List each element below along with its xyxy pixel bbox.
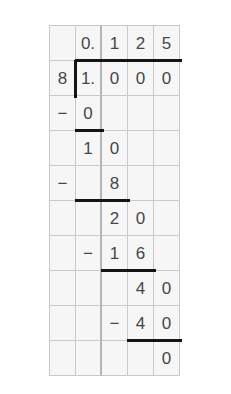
cell-r4c4 — [128, 131, 154, 166]
cell-r5c3: 8 — [102, 166, 128, 201]
cell-r1c3: 1 — [102, 26, 128, 61]
cell-r3c2: 0 — [76, 96, 102, 131]
long-division-worksheet: 0.12581.000−010−820−1640−400 — [0, 0, 231, 394]
subtraction-underline — [101, 269, 156, 272]
cell-r5c4 — [128, 166, 154, 201]
bracket-vertical-line — [74, 60, 77, 98]
cell-r8c4: 4 — [128, 271, 154, 306]
cell-r9c1 — [50, 306, 76, 341]
cell-r3c5 — [154, 96, 180, 131]
cell-r8c5: 0 — [154, 271, 180, 306]
cell-r7c5 — [154, 236, 180, 271]
cell-r7c2: − — [76, 236, 102, 271]
subtraction-underline — [127, 339, 182, 342]
cell-r6c4: 0 — [128, 201, 154, 236]
cell-r6c2 — [76, 201, 102, 236]
cell-r5c1: − — [50, 166, 76, 201]
cell-r1c4: 2 — [128, 26, 154, 61]
cell-r7c1 — [50, 236, 76, 271]
cell-r5c5 — [154, 166, 180, 201]
cell-r1c1 — [50, 26, 76, 61]
cell-r3c1: − — [50, 96, 76, 131]
cell-r10c4 — [128, 341, 154, 376]
cell-r2c2: 1. — [76, 61, 102, 96]
cell-r10c2 — [76, 341, 102, 376]
cell-r6c5 — [154, 201, 180, 236]
subtraction-underline — [75, 199, 130, 202]
cell-r1c2: 0. — [76, 26, 102, 61]
cell-r3c3 — [102, 96, 128, 131]
cell-r3c4 — [128, 96, 154, 131]
subtraction-underline — [75, 129, 104, 132]
cell-r4c2: 1 — [76, 131, 102, 166]
cell-r6c1 — [50, 201, 76, 236]
cell-r2c1: 8 — [50, 61, 76, 96]
cell-r4c1 — [50, 131, 76, 166]
cell-r10c1 — [50, 341, 76, 376]
cell-r8c3 — [102, 271, 128, 306]
cell-r2c4: 0 — [128, 61, 154, 96]
cell-r4c3: 0 — [102, 131, 128, 166]
cell-r6c3: 2 — [102, 201, 128, 236]
bracket-horizontal-line — [75, 59, 182, 62]
cell-r4c5 — [154, 131, 180, 166]
cell-r2c5: 0 — [154, 61, 180, 96]
cell-r8c2 — [76, 271, 102, 306]
cell-r1c5: 5 — [154, 26, 180, 61]
cell-r2c3: 0 — [102, 61, 128, 96]
cell-r7c3: 1 — [102, 236, 128, 271]
cell-r10c3 — [102, 341, 128, 376]
cell-r9c2 — [76, 306, 102, 341]
cell-r7c4: 6 — [128, 236, 154, 271]
cell-r5c2 — [76, 166, 102, 201]
cell-r9c4: 4 — [128, 306, 154, 341]
cell-r9c5: 0 — [154, 306, 180, 341]
cell-r9c3: − — [102, 306, 128, 341]
division-grid: 0.12581.000−010−820−1640−400 — [49, 25, 180, 376]
cell-r8c1 — [50, 271, 76, 306]
cell-r10c5: 0 — [154, 341, 180, 376]
